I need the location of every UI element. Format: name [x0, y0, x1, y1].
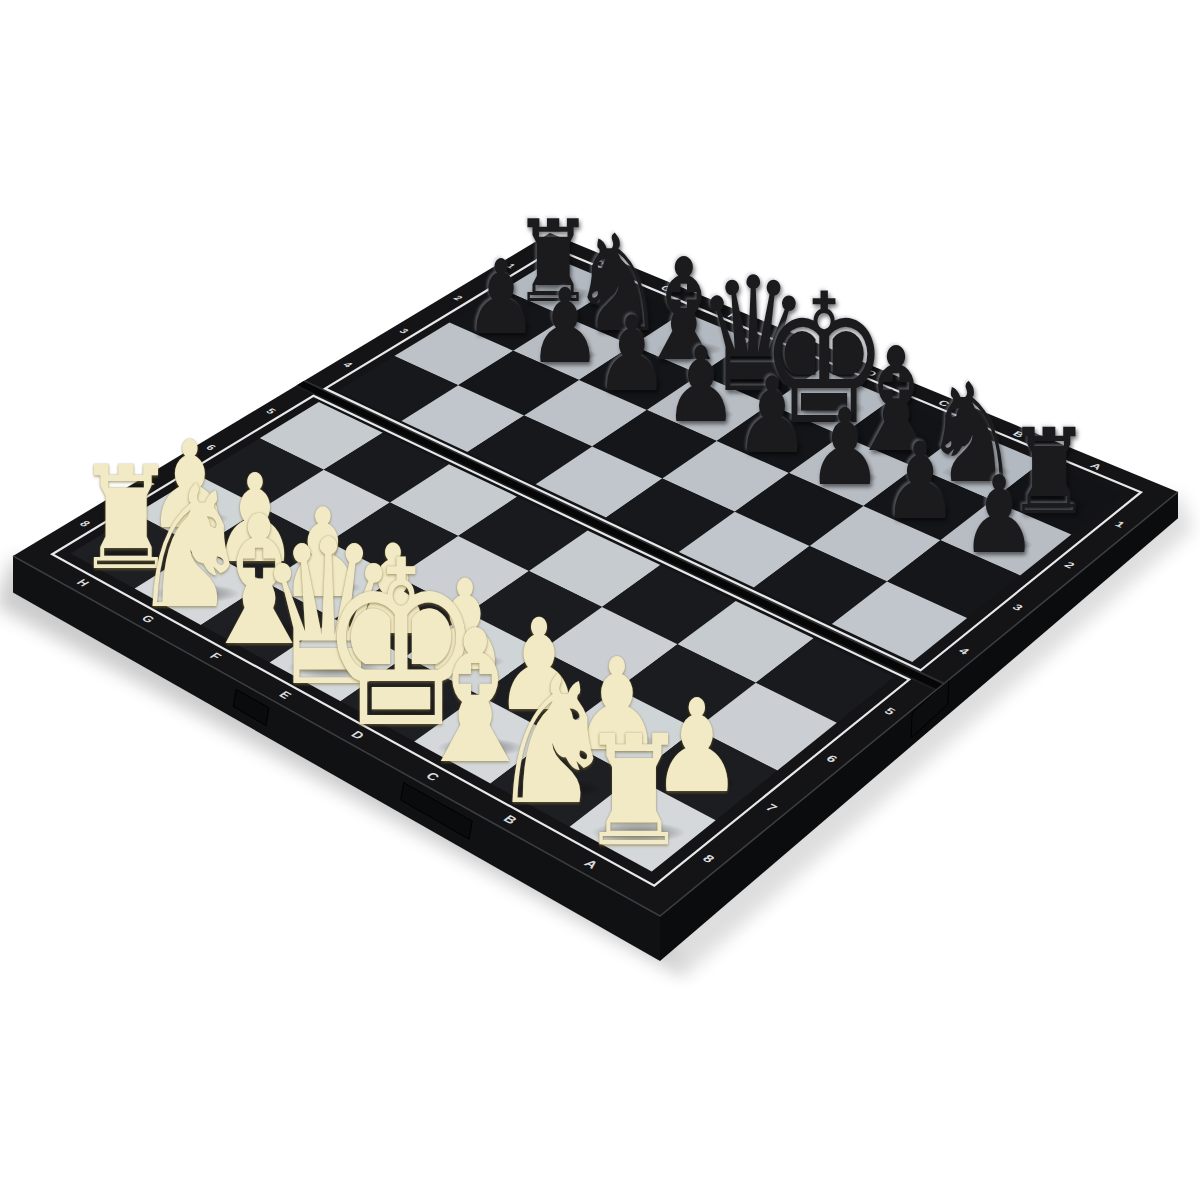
- board-top-surface: [13, 233, 1178, 916]
- chess-set-product-photo: HHGGFFEEDDCCBBAA1122334455667788 ♜♞♟♝♟♛♟…: [0, 0, 1200, 1200]
- folding-chessboard: HHGGFFEEDDCCBBAA1122334455667788: [0, 0, 1200, 1200]
- page: { "game": "chess", "scene_description": …: [0, 0, 1200, 1200]
